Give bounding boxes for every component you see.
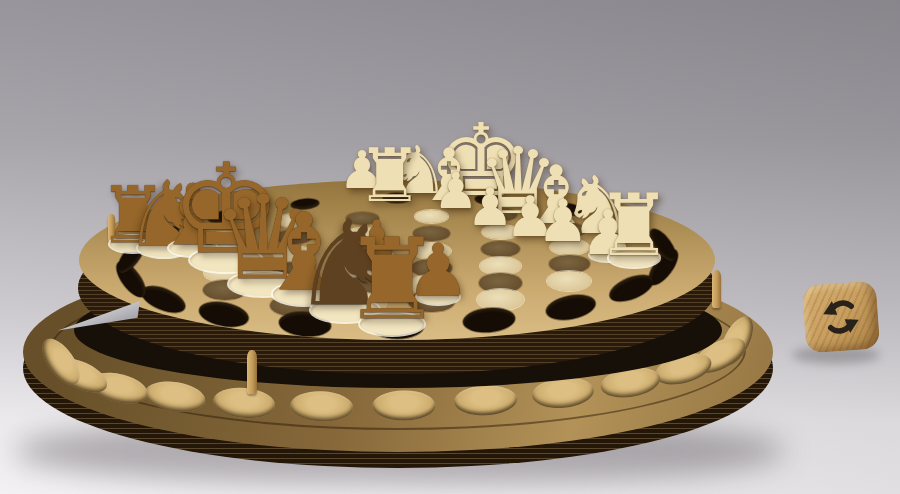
board-cell[interactable]	[547, 271, 591, 291]
chess-piece-light-rook[interactable]: ♜	[591, 184, 677, 264]
photo-scene: ♟♞♚♝♜♟♛♟♝♟♞♟♜♞♝♟♟♜♚♛♝♟♞♜	[0, 0, 900, 494]
board-cell[interactable]	[480, 257, 521, 275]
rotate-die[interactable]	[802, 281, 881, 354]
wooden-peg[interactable]	[247, 350, 257, 394]
ring-hole[interactable]	[372, 389, 436, 420]
chess-piece-dark-rook[interactable]: ♜	[336, 226, 448, 330]
rotate-icon	[818, 294, 865, 341]
wooden-peg[interactable]	[712, 270, 721, 308]
